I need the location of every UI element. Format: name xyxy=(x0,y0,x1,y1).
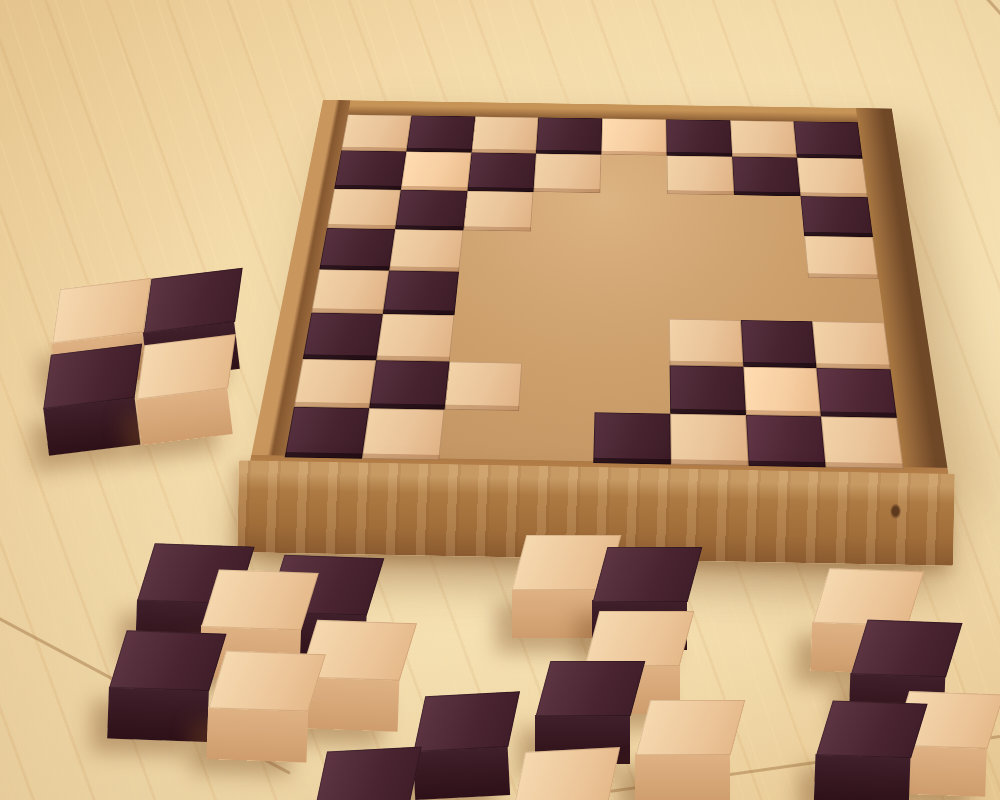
light-cube-cell[interactable] xyxy=(730,120,797,157)
light-cube-cell[interactable] xyxy=(362,408,444,460)
dark-cube-cell[interactable] xyxy=(801,196,873,237)
dark-cube-cell[interactable] xyxy=(666,119,732,156)
light-cube-cell[interactable] xyxy=(294,359,376,408)
puzzle-tray xyxy=(249,100,949,479)
light-cube-cell[interactable] xyxy=(311,269,389,314)
tray-front-wall xyxy=(237,460,955,566)
empty-cell xyxy=(449,315,525,362)
light-cube-cell[interactable] xyxy=(666,156,733,195)
dark-cube-cell[interactable] xyxy=(740,320,816,367)
light-cube-cell[interactable] xyxy=(401,152,471,191)
dark-cube-cell[interactable] xyxy=(406,116,475,153)
empty-cell xyxy=(519,362,596,412)
dark-cube-cell[interactable] xyxy=(285,407,369,459)
empty-cell xyxy=(516,411,595,463)
light-cube-cell[interactable] xyxy=(376,314,454,361)
light-cube-cell[interactable] xyxy=(797,158,868,197)
dark-cube-cell[interactable] xyxy=(395,189,467,230)
dark-cube-cell[interactable] xyxy=(303,313,383,360)
light-cube-cell[interactable] xyxy=(471,116,538,153)
empty-cell xyxy=(596,318,669,365)
dark-cube-cell[interactable] xyxy=(732,157,801,196)
empty-cell xyxy=(528,231,599,274)
empty-cell xyxy=(738,276,812,321)
dark-cube-cell[interactable] xyxy=(369,360,449,410)
empty-cell xyxy=(525,273,598,318)
light-cube-cell[interactable] xyxy=(821,416,904,469)
empty-cell xyxy=(734,195,805,236)
photo-scene xyxy=(0,0,1000,800)
dark-cube-cell[interactable] xyxy=(467,153,536,192)
dark-cube-cell[interactable] xyxy=(745,415,825,468)
light-cube-cell[interactable] xyxy=(601,118,666,155)
dark-cube-cell[interactable] xyxy=(383,271,459,316)
light-cube-cell[interactable] xyxy=(389,229,463,272)
dark-cube-cell[interactable] xyxy=(817,368,897,418)
empty-cell xyxy=(668,275,740,320)
light-cube-cell[interactable] xyxy=(804,236,878,279)
empty-cell xyxy=(598,232,668,275)
empty-cell xyxy=(459,230,531,273)
empty-cell xyxy=(597,274,669,319)
dark-cube-cell[interactable] xyxy=(669,365,745,415)
empty-cell xyxy=(531,192,600,233)
empty-cell xyxy=(668,234,739,277)
light-cube-cell[interactable] xyxy=(463,191,534,232)
dark-cube-cell[interactable] xyxy=(319,228,395,271)
light-cube-cell[interactable] xyxy=(670,413,748,465)
light-cube-cell[interactable] xyxy=(812,322,890,369)
empty-cell xyxy=(600,155,667,194)
light-cube-cell[interactable] xyxy=(534,154,602,193)
light-cube-cell[interactable] xyxy=(743,366,821,416)
empty-cell xyxy=(667,194,736,235)
light-cube-cell[interactable] xyxy=(444,361,522,411)
empty-cell xyxy=(736,235,808,278)
light-cube-cell[interactable] xyxy=(341,115,411,152)
light-cube-cell[interactable] xyxy=(327,188,401,229)
empty-cell xyxy=(439,409,520,461)
empty-cell xyxy=(595,364,670,414)
light-cube-cell[interactable] xyxy=(669,319,743,366)
empty-cell xyxy=(454,272,528,317)
dark-cube-cell[interactable] xyxy=(536,117,602,154)
board-grid xyxy=(285,115,904,469)
empty-cell xyxy=(522,317,597,364)
empty-cell xyxy=(599,193,667,234)
dark-cube-cell[interactable] xyxy=(334,151,406,190)
empty-cell xyxy=(808,278,884,323)
dark-cube-cell[interactable] xyxy=(794,121,863,158)
dark-cube-cell[interactable] xyxy=(593,412,670,464)
